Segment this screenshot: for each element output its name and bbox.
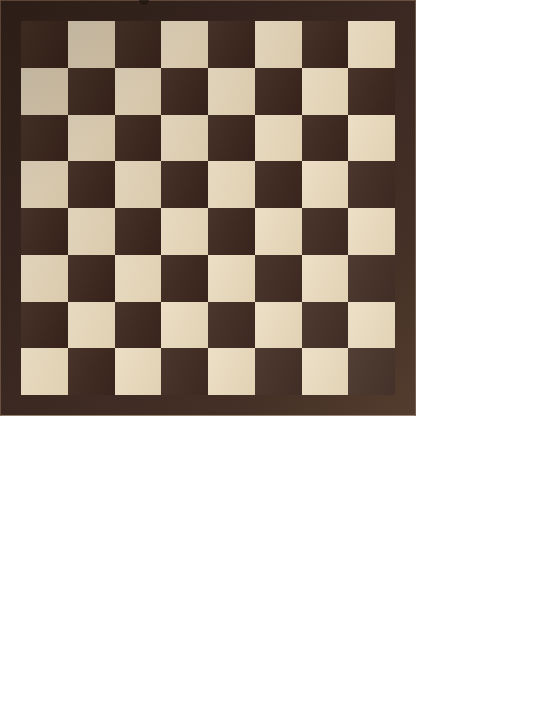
board-square xyxy=(208,161,255,208)
board-square xyxy=(115,302,162,349)
board-square xyxy=(21,161,68,208)
board-square xyxy=(255,255,302,302)
board-square xyxy=(115,68,162,115)
board-square xyxy=(208,208,255,255)
board-square xyxy=(348,21,395,68)
board-square xyxy=(302,68,349,115)
board-square xyxy=(348,68,395,115)
board-square xyxy=(255,21,302,68)
board-square xyxy=(161,255,208,302)
board-square xyxy=(255,68,302,115)
board-square xyxy=(21,302,68,349)
board-square xyxy=(302,161,349,208)
board-square xyxy=(115,161,162,208)
board-square xyxy=(255,115,302,162)
board-square xyxy=(115,255,162,302)
board-square xyxy=(68,161,115,208)
board-square xyxy=(208,21,255,68)
board-square xyxy=(115,348,162,395)
board-square xyxy=(348,208,395,255)
board-square xyxy=(161,348,208,395)
board-square xyxy=(302,348,349,395)
board-square xyxy=(302,302,349,349)
board-square xyxy=(348,161,395,208)
board-square xyxy=(255,161,302,208)
board-square xyxy=(255,208,302,255)
board-square xyxy=(161,208,208,255)
checkerboard-field xyxy=(21,21,395,395)
board-square xyxy=(161,68,208,115)
board-square xyxy=(255,348,302,395)
board-square xyxy=(348,255,395,302)
board-square xyxy=(348,302,395,349)
board-square xyxy=(21,115,68,162)
board-square xyxy=(302,115,349,162)
board-square xyxy=(115,21,162,68)
board-square xyxy=(161,302,208,349)
board-square xyxy=(302,255,349,302)
board-square xyxy=(302,208,349,255)
board-square xyxy=(115,115,162,162)
edge-nick xyxy=(139,0,149,5)
board-square xyxy=(68,68,115,115)
board-square xyxy=(208,68,255,115)
board-square xyxy=(208,115,255,162)
board-square xyxy=(208,302,255,349)
board-square xyxy=(68,21,115,68)
board-square xyxy=(302,21,349,68)
board-square xyxy=(21,21,68,68)
board-square xyxy=(115,208,162,255)
board-square xyxy=(21,255,68,302)
board-square xyxy=(21,68,68,115)
board-square xyxy=(161,115,208,162)
board-top-face xyxy=(0,0,416,416)
board-square xyxy=(68,302,115,349)
board-square xyxy=(348,348,395,395)
board-square xyxy=(255,302,302,349)
board-square xyxy=(208,255,255,302)
board-square xyxy=(208,348,255,395)
board-square xyxy=(348,115,395,162)
board-square xyxy=(21,208,68,255)
board-square xyxy=(21,348,68,395)
product-photo-canvas: Empty wooden chessboard storage box, dar… xyxy=(0,0,540,720)
board-square xyxy=(68,255,115,302)
board-square xyxy=(161,161,208,208)
board-square xyxy=(68,115,115,162)
board-square xyxy=(68,208,115,255)
board-square xyxy=(161,21,208,68)
board-square xyxy=(68,348,115,395)
